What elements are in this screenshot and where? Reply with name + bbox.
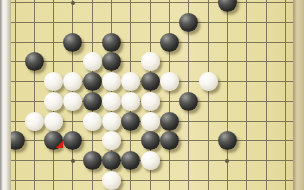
black-stone [102, 151, 121, 170]
grid-line [169, 0, 170, 190]
black-stone [63, 131, 82, 150]
black-stone [160, 33, 179, 52]
grid-line [11, 42, 295, 43]
white-stone [44, 112, 63, 131]
white-stone [102, 72, 121, 91]
grid-line [285, 0, 286, 190]
grid-line [15, 0, 16, 190]
star-point [71, 1, 75, 5]
white-stone [121, 72, 140, 91]
white-stone [44, 72, 63, 91]
black-stone [218, 131, 237, 150]
grid-line [11, 22, 295, 23]
white-stone [121, 92, 140, 111]
black-stone [121, 112, 140, 131]
game-screenshot [0, 0, 304, 190]
white-stone [25, 112, 44, 131]
board-right-edge [293, 0, 304, 190]
black-stone [44, 131, 63, 150]
white-stone [199, 72, 218, 91]
black-stone [179, 13, 198, 32]
white-stone [141, 151, 160, 170]
grid-line [34, 0, 35, 190]
board-left-edge [0, 0, 11, 190]
grid-line [246, 0, 247, 190]
star-point [71, 159, 75, 163]
grid-line [208, 0, 209, 190]
white-stone [102, 171, 121, 190]
grid-line [266, 0, 267, 190]
white-stone [83, 112, 102, 131]
last-move-marker [55, 140, 63, 148]
white-stone [141, 112, 160, 131]
white-stone [102, 112, 121, 131]
gomoku-board[interactable] [0, 0, 304, 190]
black-stone [102, 52, 121, 71]
white-stone [102, 131, 121, 150]
black-stone [25, 52, 44, 71]
white-stone [141, 52, 160, 71]
white-stone [63, 92, 82, 111]
black-stone [179, 92, 198, 111]
star-point [225, 159, 229, 163]
black-stone [218, 0, 237, 12]
black-stone [141, 72, 160, 91]
grid-line [11, 2, 295, 3]
white-stone [102, 92, 121, 111]
white-stone [141, 92, 160, 111]
white-stone [44, 92, 63, 111]
black-stone [141, 131, 160, 150]
white-stone [63, 72, 82, 91]
black-stone [83, 92, 102, 111]
black-stone [83, 151, 102, 170]
black-stone [102, 33, 121, 52]
black-stone [160, 112, 179, 131]
grid-line [11, 180, 295, 181]
white-stone [83, 52, 102, 71]
black-stone [121, 151, 140, 170]
black-stone [63, 33, 82, 52]
black-stone [83, 72, 102, 91]
black-stone [160, 131, 179, 150]
white-stone [160, 72, 179, 91]
